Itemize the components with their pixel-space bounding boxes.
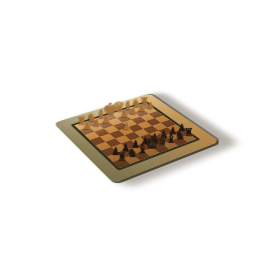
chess-photo-scene: ♜♞♝♛♚♝♞♜♟♟♟♟♟♟♟♟♟♟♟♟♟♟♟♟♜♞♝♛♚♝♞♜ [0, 0, 268, 268]
piece-black-rook-h8: ♜ [109, 151, 133, 163]
board-slab: ♜♞♝♛♚♝♞♜♟♟♟♟♟♟♟♟♟♟♟♟♟♟♟♟♜♞♝♛♚♝♞♜ [53, 93, 219, 183]
chess-board-3d: ♜♞♝♛♚♝♞♜♟♟♟♟♟♟♟♟♟♟♟♟♟♟♟♟♜♞♝♛♚♝♞♜ [53, 93, 219, 183]
piece-white-pawn-h2: ♟ [76, 121, 98, 131]
piece-white-pawn-e4: ♟ [115, 121, 137, 131]
